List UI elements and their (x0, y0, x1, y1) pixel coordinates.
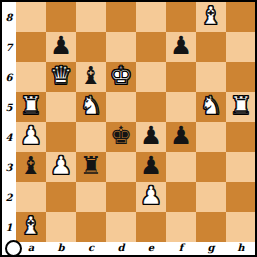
black-pawn-f7: ♟ (170, 31, 192, 61)
square-a2[interactable] (16, 182, 46, 212)
rank-label-6: 6 (2, 62, 16, 92)
white-rook-a5: ♜ (20, 91, 42, 121)
file-labels: abcdefgh (16, 242, 256, 255)
black-king-d4: ♚ (110, 121, 132, 151)
square-f7[interactable]: ♟ (166, 32, 196, 62)
black-bishop-a3: ♝ (20, 151, 42, 181)
square-a8[interactable] (16, 2, 46, 32)
square-g3[interactable] (196, 152, 226, 182)
square-h8[interactable] (226, 2, 256, 32)
white-pawn-b3: ♟ (50, 151, 72, 181)
white-to-move-indicator (5, 240, 22, 257)
square-b1[interactable] (46, 212, 76, 242)
square-c5[interactable]: ♞ (76, 92, 106, 122)
square-g7[interactable] (196, 32, 226, 62)
black-rook-c3: ♜ (80, 151, 102, 181)
rank-label-3: 3 (2, 152, 16, 182)
black-pawn-f4: ♟ (170, 121, 192, 151)
square-h3[interactable] (226, 152, 256, 182)
square-b3[interactable]: ♟ (46, 152, 76, 182)
square-e5[interactable] (136, 92, 166, 122)
file-label-g: g (196, 242, 226, 255)
square-e4[interactable]: ♟ (136, 122, 166, 152)
square-c7[interactable] (76, 32, 106, 62)
rank-label-2: 2 (2, 182, 16, 212)
white-knight-g5: ♞ (200, 91, 222, 121)
file-label-h: h (226, 242, 256, 255)
square-b6[interactable]: ♛ (46, 62, 76, 92)
file-label-e: e (136, 242, 166, 255)
square-a1[interactable]: ♝ (16, 212, 46, 242)
file-label-f: f (166, 242, 196, 255)
black-pawn-e4: ♟ (140, 121, 162, 151)
square-d2[interactable] (106, 182, 136, 212)
square-c4[interactable] (76, 122, 106, 152)
square-h2[interactable] (226, 182, 256, 212)
square-h1[interactable] (226, 212, 256, 242)
square-a7[interactable] (16, 32, 46, 62)
square-f5[interactable] (166, 92, 196, 122)
white-pawn-e2: ♟ (140, 181, 162, 211)
rank-label-1: 1 (2, 212, 16, 242)
square-d5[interactable] (106, 92, 136, 122)
square-d1[interactable] (106, 212, 136, 242)
white-pawn-a4: ♟ (20, 121, 42, 151)
square-a6[interactable] (16, 62, 46, 92)
square-e2[interactable]: ♟ (136, 182, 166, 212)
white-king-d6: ♚ (110, 61, 132, 91)
square-g1[interactable] (196, 212, 226, 242)
square-g6[interactable] (196, 62, 226, 92)
square-b7[interactable]: ♟ (46, 32, 76, 62)
square-g8[interactable]: ♝ (196, 2, 226, 32)
square-c3[interactable]: ♜ (76, 152, 106, 182)
square-d6[interactable]: ♚ (106, 62, 136, 92)
black-pawn-e3: ♟ (140, 151, 162, 181)
square-e8[interactable] (136, 2, 166, 32)
square-c1[interactable] (76, 212, 106, 242)
black-pawn-b7: ♟ (50, 31, 72, 61)
square-h6[interactable] (226, 62, 256, 92)
square-f8[interactable] (166, 2, 196, 32)
white-knight-c5: ♞ (80, 91, 102, 121)
square-f3[interactable] (166, 152, 196, 182)
square-f2[interactable] (166, 182, 196, 212)
black-bishop-c6: ♝ (80, 61, 102, 91)
square-d7[interactable] (106, 32, 136, 62)
white-bishop-g8: ♝ (200, 1, 222, 31)
square-h7[interactable] (226, 32, 256, 62)
square-c8[interactable] (76, 2, 106, 32)
square-f1[interactable] (166, 212, 196, 242)
rank-label-7: 7 (2, 32, 16, 62)
square-e7[interactable] (136, 32, 166, 62)
square-e3[interactable]: ♟ (136, 152, 166, 182)
square-d8[interactable] (106, 2, 136, 32)
square-e6[interactable] (136, 62, 166, 92)
square-g5[interactable]: ♞ (196, 92, 226, 122)
square-c6[interactable]: ♝ (76, 62, 106, 92)
square-a4[interactable]: ♟ (16, 122, 46, 152)
square-d4[interactable]: ♚ (106, 122, 136, 152)
white-rook-h5: ♜ (230, 91, 252, 121)
square-h4[interactable] (226, 122, 256, 152)
rank-labels: 87654321 (2, 2, 16, 242)
square-b4[interactable] (46, 122, 76, 152)
square-b2[interactable] (46, 182, 76, 212)
file-label-c: c (76, 242, 106, 255)
square-g4[interactable] (196, 122, 226, 152)
file-label-d: d (106, 242, 136, 255)
square-a5[interactable]: ♜ (16, 92, 46, 122)
square-f4[interactable]: ♟ (166, 122, 196, 152)
square-a3[interactable]: ♝ (16, 152, 46, 182)
rank-label-8: 8 (2, 2, 16, 32)
square-d3[interactable] (106, 152, 136, 182)
square-f6[interactable] (166, 62, 196, 92)
square-h5[interactable]: ♜ (226, 92, 256, 122)
square-c2[interactable] (76, 182, 106, 212)
square-g2[interactable] (196, 182, 226, 212)
square-b8[interactable] (46, 2, 76, 32)
board: ♝♟♟♛♝♚♜♞♞♜♟♚♟♟♝♟♜♟♟♝ (16, 2, 256, 242)
rank-label-5: 5 (2, 92, 16, 122)
white-queen-b6: ♛ (50, 61, 72, 91)
file-label-b: b (46, 242, 76, 255)
square-b5[interactable] (46, 92, 76, 122)
square-e1[interactable] (136, 212, 166, 242)
chess-diagram: 87654321 ♝♟♟♛♝♚♜♞♞♜♟♚♟♟♝♟♜♟♟♝ abcdefgh (0, 0, 257, 257)
rank-label-4: 4 (2, 122, 16, 152)
white-bishop-a1: ♝ (20, 211, 42, 241)
